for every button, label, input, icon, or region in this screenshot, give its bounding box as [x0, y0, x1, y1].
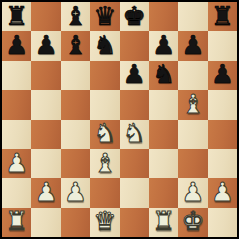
- square-a8[interactable]: ♜: [2, 2, 31, 31]
- square-a1[interactable]: ♜: [2, 208, 31, 237]
- square-h6[interactable]: ♟: [208, 61, 237, 90]
- piece-black-bishop[interactable]: ♝: [64, 32, 87, 58]
- piece-white-rook[interactable]: ♜: [5, 208, 28, 234]
- square-e5[interactable]: [120, 90, 149, 119]
- chessboard: ♜♝♛♚♜♟♟♝♞♟♟♟♞♟♝♞♞♟♝♟♟♟♟♜♛♜♚: [0, 0, 239, 239]
- square-e2[interactable]: [120, 178, 149, 207]
- square-b7[interactable]: ♟: [31, 31, 60, 60]
- piece-white-pawn[interactable]: ♟: [34, 179, 57, 205]
- square-c4[interactable]: [61, 120, 90, 149]
- piece-white-pawn[interactable]: ♟: [5, 150, 28, 176]
- piece-white-knight[interactable]: ♞: [123, 120, 146, 146]
- square-a3[interactable]: ♟: [2, 149, 31, 178]
- square-e8[interactable]: ♚: [120, 2, 149, 31]
- square-c8[interactable]: ♝: [61, 2, 90, 31]
- square-g2[interactable]: ♟: [178, 178, 207, 207]
- square-b1[interactable]: [31, 208, 60, 237]
- square-e3[interactable]: [120, 149, 149, 178]
- piece-black-pawn[interactable]: ♟: [5, 32, 28, 58]
- square-g8[interactable]: [178, 2, 207, 31]
- square-a2[interactable]: [2, 178, 31, 207]
- piece-white-king[interactable]: ♚: [181, 208, 204, 234]
- square-f2[interactable]: [149, 178, 178, 207]
- square-f6[interactable]: ♞: [149, 61, 178, 90]
- piece-black-queen[interactable]: ♛: [93, 3, 116, 29]
- piece-black-pawn[interactable]: ♟: [152, 32, 175, 58]
- square-c3[interactable]: [61, 149, 90, 178]
- square-f8[interactable]: [149, 2, 178, 31]
- square-a6[interactable]: [2, 61, 31, 90]
- square-b5[interactable]: [31, 90, 60, 119]
- square-g7[interactable]: ♟: [178, 31, 207, 60]
- square-d2[interactable]: [90, 178, 119, 207]
- square-c5[interactable]: [61, 90, 90, 119]
- square-h1[interactable]: [208, 208, 237, 237]
- square-h2[interactable]: ♟: [208, 178, 237, 207]
- square-d3[interactable]: ♝: [90, 149, 119, 178]
- square-b3[interactable]: [31, 149, 60, 178]
- square-e4[interactable]: ♞: [120, 120, 149, 149]
- square-g4[interactable]: [178, 120, 207, 149]
- piece-white-rook[interactable]: ♜: [152, 208, 175, 234]
- square-c1[interactable]: [61, 208, 90, 237]
- square-h4[interactable]: [208, 120, 237, 149]
- square-h5[interactable]: [208, 90, 237, 119]
- square-d8[interactable]: ♛: [90, 2, 119, 31]
- square-g1[interactable]: ♚: [178, 208, 207, 237]
- piece-black-rook[interactable]: ♜: [5, 3, 28, 29]
- square-d4[interactable]: ♞: [90, 120, 119, 149]
- square-b8[interactable]: [31, 2, 60, 31]
- piece-black-knight[interactable]: ♞: [152, 61, 175, 87]
- square-h3[interactable]: [208, 149, 237, 178]
- square-d7[interactable]: ♞: [90, 31, 119, 60]
- square-e6[interactable]: ♟: [120, 61, 149, 90]
- square-f3[interactable]: [149, 149, 178, 178]
- square-c6[interactable]: [61, 61, 90, 90]
- square-c2[interactable]: ♟: [61, 178, 90, 207]
- piece-black-king[interactable]: ♚: [123, 3, 146, 29]
- piece-white-bishop[interactable]: ♝: [181, 91, 204, 117]
- square-f7[interactable]: ♟: [149, 31, 178, 60]
- square-g6[interactable]: [178, 61, 207, 90]
- square-f1[interactable]: ♜: [149, 208, 178, 237]
- square-h7[interactable]: [208, 31, 237, 60]
- piece-black-pawn[interactable]: ♟: [211, 61, 234, 87]
- square-e7[interactable]: [120, 31, 149, 60]
- square-d1[interactable]: ♛: [90, 208, 119, 237]
- piece-black-knight[interactable]: ♞: [93, 32, 116, 58]
- square-c7[interactable]: ♝: [61, 31, 90, 60]
- square-d6[interactable]: [90, 61, 119, 90]
- piece-black-bishop[interactable]: ♝: [64, 3, 87, 29]
- square-h8[interactable]: ♜: [208, 2, 237, 31]
- square-f5[interactable]: [149, 90, 178, 119]
- square-b4[interactable]: [31, 120, 60, 149]
- piece-white-bishop[interactable]: ♝: [93, 150, 116, 176]
- square-a4[interactable]: [2, 120, 31, 149]
- square-b6[interactable]: [31, 61, 60, 90]
- piece-white-pawn[interactable]: ♟: [64, 179, 87, 205]
- square-g3[interactable]: [178, 149, 207, 178]
- chessboard-grid: ♜♝♛♚♜♟♟♝♞♟♟♟♞♟♝♞♞♟♝♟♟♟♟♜♛♜♚: [0, 0, 239, 239]
- piece-black-pawn[interactable]: ♟: [34, 32, 57, 58]
- piece-white-queen[interactable]: ♛: [93, 208, 116, 234]
- piece-white-knight[interactable]: ♞: [93, 120, 116, 146]
- piece-black-rook[interactable]: ♜: [211, 3, 234, 29]
- piece-black-pawn[interactable]: ♟: [123, 61, 146, 87]
- square-f4[interactable]: [149, 120, 178, 149]
- square-g5[interactable]: ♝: [178, 90, 207, 119]
- piece-white-pawn[interactable]: ♟: [211, 179, 234, 205]
- square-e1[interactable]: [120, 208, 149, 237]
- piece-black-pawn[interactable]: ♟: [181, 32, 204, 58]
- square-d5[interactable]: [90, 90, 119, 119]
- piece-white-pawn[interactable]: ♟: [181, 179, 204, 205]
- square-a5[interactable]: [2, 90, 31, 119]
- square-b2[interactable]: ♟: [31, 178, 60, 207]
- square-a7[interactable]: ♟: [2, 31, 31, 60]
